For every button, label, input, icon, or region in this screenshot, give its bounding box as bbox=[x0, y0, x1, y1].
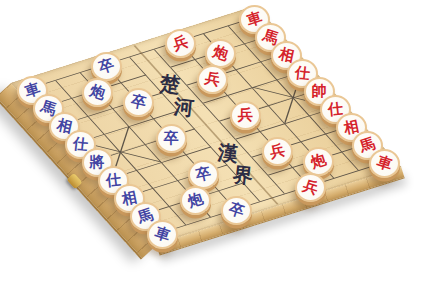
piece-bP[interactable]: 卒 bbox=[221, 196, 252, 225]
piece-bP[interactable]: 卒 bbox=[188, 160, 219, 189]
river-label-char: 楚 bbox=[159, 73, 181, 95]
piece-rP[interactable]: 兵 bbox=[197, 65, 228, 94]
piece-bP[interactable]: 卒 bbox=[91, 52, 122, 81]
piece-glyph: 炮 bbox=[185, 188, 206, 213]
piece-glyph: 兵 bbox=[300, 175, 321, 200]
piece-rP[interactable]: 兵 bbox=[262, 137, 293, 166]
piece-glyph: 卒 bbox=[226, 198, 247, 223]
piece-bC[interactable]: 炮 bbox=[180, 186, 211, 215]
piece-glyph: 炮 bbox=[87, 80, 108, 105]
piece-glyph: 卒 bbox=[194, 163, 213, 187]
piece-glyph: 卒 bbox=[164, 128, 179, 149]
xiangqi-set-photo: 楚河漢界 車馬相仕將仕相馬車炮炮卒卒卒卒卒兵兵兵兵兵炮炮車馬相仕帥仕相馬車 bbox=[0, 0, 438, 297]
piece-glyph: 車 bbox=[374, 152, 395, 177]
piece-rC[interactable]: 炮 bbox=[303, 147, 334, 176]
river-label-char: 漢 bbox=[217, 142, 239, 164]
piece-glyph: 兵 bbox=[170, 31, 191, 56]
piece-glyph: 卒 bbox=[129, 91, 148, 115]
piece-rP[interactable]: 兵 bbox=[295, 173, 326, 202]
river-label-char: 界 bbox=[232, 164, 254, 186]
piece-bP[interactable]: 卒 bbox=[123, 88, 154, 117]
piece-glyph: 炮 bbox=[308, 149, 329, 174]
piece-glyph: 兵 bbox=[203, 67, 222, 91]
piece-glyph: 炮 bbox=[211, 41, 232, 66]
piece-bC[interactable]: 炮 bbox=[82, 78, 113, 107]
piece-bP[interactable]: 卒 bbox=[156, 124, 187, 153]
piece-rR[interactable]: 車 bbox=[369, 149, 400, 178]
piece-rP[interactable]: 兵 bbox=[165, 29, 196, 58]
piece-bR[interactable]: 車 bbox=[147, 220, 178, 249]
piece-glyph: 兵 bbox=[238, 105, 253, 126]
piece-rP[interactable]: 兵 bbox=[230, 101, 261, 130]
piece-glyph: 車 bbox=[152, 222, 173, 247]
river-label-char: 河 bbox=[173, 96, 195, 118]
piece-glyph: 卒 bbox=[96, 54, 117, 79]
piece-glyph: 兵 bbox=[268, 139, 287, 163]
